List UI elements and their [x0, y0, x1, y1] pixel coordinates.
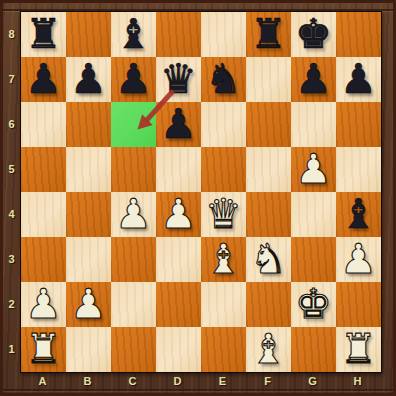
- square-f2[interactable]: [246, 282, 291, 327]
- file-label-e: E: [200, 372, 245, 390]
- piece-white-pawn-g5[interactable]: ♟: [295, 147, 332, 192]
- square-f1[interactable]: ♝: [246, 327, 291, 372]
- square-d1[interactable]: [156, 327, 201, 372]
- rank-label-5: 5: [3, 146, 20, 191]
- piece-white-rook-a1[interactable]: ♜: [25, 327, 62, 372]
- square-h6[interactable]: [336, 102, 381, 147]
- piece-black-pawn-h7[interactable]: ♟: [340, 57, 377, 102]
- square-d3[interactable]: [156, 237, 201, 282]
- square-e4[interactable]: ♛: [201, 192, 246, 237]
- square-f5[interactable]: [246, 147, 291, 192]
- square-c3[interactable]: [111, 237, 156, 282]
- piece-black-rook-f8[interactable]: ♜: [250, 12, 287, 57]
- piece-black-king-g8[interactable]: ♚: [295, 12, 332, 57]
- square-c4[interactable]: ♟: [111, 192, 156, 237]
- piece-white-king-g2[interactable]: ♚: [295, 282, 332, 327]
- rank-label-7: 7: [3, 56, 20, 101]
- square-a4[interactable]: [21, 192, 66, 237]
- square-c8[interactable]: ♝: [111, 12, 156, 57]
- square-f8[interactable]: ♜: [246, 12, 291, 57]
- piece-white-queen-e4[interactable]: ♛: [205, 192, 242, 237]
- square-b1[interactable]: [66, 327, 111, 372]
- square-a6[interactable]: [21, 102, 66, 147]
- piece-white-bishop-e3[interactable]: ♝: [205, 237, 242, 282]
- piece-black-pawn-c7[interactable]: ♟: [115, 57, 152, 102]
- piece-black-knight-e7[interactable]: ♞: [205, 57, 242, 102]
- square-d4[interactable]: ♟: [156, 192, 201, 237]
- square-b5[interactable]: [66, 147, 111, 192]
- square-g8[interactable]: ♚: [291, 12, 336, 57]
- piece-white-pawn-c4[interactable]: ♟: [115, 192, 152, 237]
- piece-black-queen-d7[interactable]: ♛: [160, 57, 197, 102]
- square-a8[interactable]: ♜: [21, 12, 66, 57]
- piece-black-pawn-g7[interactable]: ♟: [295, 57, 332, 102]
- piece-white-knight-f3[interactable]: ♞: [250, 237, 287, 282]
- rank-label-3: 3: [3, 236, 20, 281]
- square-c7[interactable]: ♟: [111, 57, 156, 102]
- file-label-c: C: [110, 372, 155, 390]
- square-h4[interactable]: ♝: [336, 192, 381, 237]
- rank-labels: 87654321: [3, 11, 20, 371]
- highlight-square-c6[interactable]: [111, 102, 156, 147]
- square-e6[interactable]: [201, 102, 246, 147]
- piece-white-pawn-a2[interactable]: ♟: [25, 282, 62, 327]
- square-f3[interactable]: ♞: [246, 237, 291, 282]
- square-b2[interactable]: ♟: [66, 282, 111, 327]
- square-d7[interactable]: ♛: [156, 57, 201, 102]
- square-b3[interactable]: [66, 237, 111, 282]
- piece-white-bishop-f1[interactable]: ♝: [250, 327, 287, 372]
- square-h7[interactable]: ♟: [336, 57, 381, 102]
- piece-white-pawn-d4[interactable]: ♟: [160, 192, 197, 237]
- rank-label-1: 1: [3, 326, 20, 371]
- square-b4[interactable]: [66, 192, 111, 237]
- square-c1[interactable]: [111, 327, 156, 372]
- square-a3[interactable]: [21, 237, 66, 282]
- square-d2[interactable]: [156, 282, 201, 327]
- square-g7[interactable]: ♟: [291, 57, 336, 102]
- square-f7[interactable]: [246, 57, 291, 102]
- square-d5[interactable]: [156, 147, 201, 192]
- chess-board: ♜♝♜♚♟♟♟♛♞♟♟♟♟♟♟♛♝♝♞♟♟♟♚♜♝♜: [20, 11, 382, 373]
- square-g6[interactable]: [291, 102, 336, 147]
- square-d6[interactable]: ♟: [156, 102, 201, 147]
- piece-white-pawn-h3[interactable]: ♟: [340, 237, 377, 282]
- square-c5[interactable]: [111, 147, 156, 192]
- square-h5[interactable]: [336, 147, 381, 192]
- piece-black-pawn-d6[interactable]: ♟: [160, 102, 197, 147]
- square-h3[interactable]: ♟: [336, 237, 381, 282]
- piece-black-bishop-h4[interactable]: ♝: [340, 192, 377, 237]
- piece-black-pawn-a7[interactable]: ♟: [25, 57, 62, 102]
- square-e8[interactable]: [201, 12, 246, 57]
- square-e1[interactable]: [201, 327, 246, 372]
- square-g2[interactable]: ♚: [291, 282, 336, 327]
- file-label-h: H: [335, 372, 380, 390]
- square-g3[interactable]: [291, 237, 336, 282]
- square-b7[interactable]: ♟: [66, 57, 111, 102]
- square-e7[interactable]: ♞: [201, 57, 246, 102]
- square-a5[interactable]: [21, 147, 66, 192]
- square-f6[interactable]: [246, 102, 291, 147]
- square-e2[interactable]: [201, 282, 246, 327]
- file-labels: ABCDEFGH: [20, 372, 380, 390]
- square-f4[interactable]: [246, 192, 291, 237]
- square-a2[interactable]: ♟: [21, 282, 66, 327]
- rank-label-2: 2: [3, 281, 20, 326]
- square-a7[interactable]: ♟: [21, 57, 66, 102]
- piece-white-pawn-b2[interactable]: ♟: [70, 282, 107, 327]
- rank-label-6: 6: [3, 101, 20, 146]
- piece-black-pawn-b7[interactable]: ♟: [70, 57, 107, 102]
- square-h2[interactable]: [336, 282, 381, 327]
- rank-label-8: 8: [3, 11, 20, 56]
- square-h8[interactable]: [336, 12, 381, 57]
- file-label-d: D: [155, 372, 200, 390]
- square-e3[interactable]: ♝: [201, 237, 246, 282]
- file-label-f: F: [245, 372, 290, 390]
- square-g1[interactable]: [291, 327, 336, 372]
- square-h1[interactable]: ♜: [336, 327, 381, 372]
- piece-black-bishop-c8[interactable]: ♝: [115, 12, 152, 57]
- square-b6[interactable]: [66, 102, 111, 147]
- rank-label-4: 4: [3, 191, 20, 236]
- square-e5[interactable]: [201, 147, 246, 192]
- file-label-b: B: [65, 372, 110, 390]
- file-label-a: A: [20, 372, 65, 390]
- square-g5[interactable]: ♟: [291, 147, 336, 192]
- board-frame: 87654321 ABCDEFGH ♜♝♜♚♟♟♟♛♞♟♟♟♟♟♟♛♝♝♞♟♟♟…: [0, 0, 396, 396]
- file-label-g: G: [290, 372, 335, 390]
- square-g4[interactable]: [291, 192, 336, 237]
- square-b8[interactable]: [66, 12, 111, 57]
- square-c2[interactable]: [111, 282, 156, 327]
- square-d8[interactable]: [156, 12, 201, 57]
- piece-black-rook-a8[interactable]: ♜: [25, 12, 62, 57]
- piece-white-rook-h1[interactable]: ♜: [340, 327, 377, 372]
- square-a1[interactable]: ♜: [21, 327, 66, 372]
